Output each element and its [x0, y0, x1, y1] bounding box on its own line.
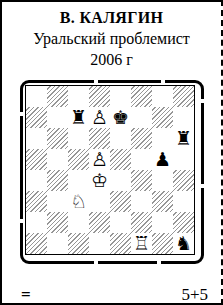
black-rook-c7: ♜: [70, 107, 87, 128]
square-f1: ♖: [131, 233, 152, 254]
square-d5: ♙: [89, 149, 110, 170]
frame-notch: [161, 80, 165, 83]
square-a3: [26, 191, 47, 212]
square-e4: [110, 170, 131, 191]
square-a6: [26, 128, 47, 149]
square-c4: [68, 170, 89, 191]
square-a5: [26, 149, 47, 170]
square-h1: ♞: [173, 233, 194, 254]
square-f8: [131, 86, 152, 107]
frame-notch: [20, 112, 23, 116]
square-c8: [68, 86, 89, 107]
square-f6: [131, 128, 152, 149]
square-c1: [68, 233, 89, 254]
square-f2: [131, 212, 152, 233]
square-e7: ♚: [110, 107, 131, 128]
frame-notch: [94, 80, 98, 83]
square-d6: [89, 128, 110, 149]
chess-board: ♜♙♚♜♙♟♔♘♖♞: [26, 86, 194, 254]
black-rook-h6: ♜: [175, 128, 192, 149]
square-g7: [152, 107, 173, 128]
square-h6: ♜: [173, 128, 194, 149]
stipulation-draw: =: [21, 285, 31, 305]
square-b3: [47, 191, 68, 212]
frame-notch: [201, 99, 204, 103]
white-king-d4: ♔: [91, 170, 108, 191]
white-pawn-d7: ♙: [91, 107, 108, 128]
frame-notch: [94, 261, 98, 264]
square-e3: [110, 191, 131, 212]
black-knight-h1: ♞: [175, 233, 192, 254]
square-d2: [89, 212, 110, 233]
square-b8: [47, 86, 68, 107]
square-g1: [152, 233, 173, 254]
square-g4: [152, 170, 173, 191]
square-h8: [173, 86, 194, 107]
square-f7: [131, 107, 152, 128]
square-e1: [110, 233, 131, 254]
square-b1: [47, 233, 68, 254]
square-g8: [152, 86, 173, 107]
square-h4: [173, 170, 194, 191]
square-g3: [152, 191, 173, 212]
square-a2: [26, 212, 47, 233]
square-f3: [131, 191, 152, 212]
square-h7: [173, 107, 194, 128]
author-name: В. КАЛЯГИН: [2, 7, 221, 28]
diagram-header: В. КАЛЯГИН Уральский проблемист 2006 г: [2, 2, 221, 70]
frame-notch: [201, 184, 204, 188]
publication-name: Уральский проблемист: [2, 28, 221, 49]
black-pawn-g5: ♟: [154, 149, 171, 170]
black-king-e7: ♚: [112, 107, 129, 128]
square-g2: [152, 212, 173, 233]
square-a4: [26, 170, 47, 191]
square-e2: [110, 212, 131, 233]
square-d3: [89, 191, 110, 212]
chess-board-frame: ♜♙♚♜♙♟♔♘♖♞: [20, 80, 204, 264]
square-a1: [26, 233, 47, 254]
square-b6: [47, 128, 68, 149]
square-c2: [68, 212, 89, 233]
square-b7: [47, 107, 68, 128]
frame-notch: [20, 219, 23, 223]
square-e8: [110, 86, 131, 107]
square-a7: [26, 107, 47, 128]
square-h3: [173, 191, 194, 212]
square-f5: [131, 149, 152, 170]
square-b2: [47, 212, 68, 233]
square-h5: [173, 149, 194, 170]
white-rook-f1: ♖: [133, 233, 150, 254]
square-h2: [173, 212, 194, 233]
scanned-diagram-page: В. КАЛЯГИН Уральский проблемист 2006 г ♜…: [0, 0, 223, 305]
square-e6: [110, 128, 131, 149]
white-pawn-d5: ♙: [91, 149, 108, 170]
material-count: 5+5: [181, 285, 208, 305]
square-f4: [131, 170, 152, 191]
square-c6: [68, 128, 89, 149]
square-g6: [152, 128, 173, 149]
square-c3: ♘: [68, 191, 89, 212]
square-a8: [26, 86, 47, 107]
square-d8: [89, 86, 110, 107]
frame-notch: [157, 261, 161, 264]
square-c7: ♜: [68, 107, 89, 128]
diagram-footer: = 5+5: [2, 285, 221, 305]
square-g5: ♟: [152, 149, 173, 170]
square-d7: ♙: [89, 107, 110, 128]
square-b4: [47, 170, 68, 191]
square-c5: [68, 149, 89, 170]
square-d1: [89, 233, 110, 254]
publication-year: 2006 г: [2, 49, 221, 70]
square-b5: [47, 149, 68, 170]
white-knight-c3: ♘: [70, 191, 87, 212]
square-e5: [110, 149, 131, 170]
square-d4: ♔: [89, 170, 110, 191]
